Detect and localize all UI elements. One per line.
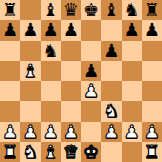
white-queen[interactable]: ♛ (63, 143, 79, 161)
square-c2[interactable]: ♟ (41, 122, 61, 142)
square-c8[interactable]: ♝ (41, 0, 61, 20)
square-b8[interactable] (20, 0, 40, 20)
white-pawn[interactable]: ♟ (2, 123, 18, 141)
square-b7[interactable]: ♟ (20, 20, 40, 40)
black-king[interactable]: ♚ (83, 1, 99, 19)
square-h2[interactable]: ♟ (142, 122, 162, 142)
square-a6[interactable] (0, 41, 20, 61)
black-knight[interactable]: ♞ (43, 42, 59, 60)
white-pawn[interactable]: ♟ (103, 123, 119, 141)
black-pawn[interactable]: ♟ (124, 21, 140, 39)
square-g3[interactable] (122, 101, 142, 121)
square-e5[interactable]: ♟ (81, 61, 101, 81)
black-pawn[interactable]: ♟ (2, 21, 18, 39)
square-b1[interactable]: ♞ (20, 142, 40, 162)
square-b4[interactable] (20, 81, 40, 101)
square-e2[interactable] (81, 122, 101, 142)
black-bishop[interactable]: ♝ (103, 1, 119, 19)
white-rook[interactable]: ♜ (144, 143, 160, 161)
square-b5[interactable]: ♝ (20, 61, 40, 81)
square-h6[interactable] (142, 41, 162, 61)
square-d5[interactable] (61, 61, 81, 81)
square-b2[interactable]: ♟ (20, 122, 40, 142)
white-pawn[interactable]: ♟ (83, 82, 99, 100)
square-d4[interactable] (61, 81, 81, 101)
square-f6[interactable]: ♟ (101, 41, 121, 61)
black-pawn[interactable]: ♟ (103, 42, 119, 60)
white-pawn[interactable]: ♟ (144, 123, 160, 141)
black-pawn[interactable]: ♟ (22, 21, 38, 39)
white-rook[interactable]: ♜ (2, 143, 18, 161)
black-rook[interactable]: ♜ (2, 1, 18, 19)
black-pawn[interactable]: ♟ (63, 21, 79, 39)
black-pawn[interactable]: ♟ (83, 62, 99, 80)
black-knight[interactable]: ♞ (124, 1, 140, 19)
square-h4[interactable] (142, 81, 162, 101)
square-h1[interactable]: ♜ (142, 142, 162, 162)
black-pawn[interactable]: ♟ (43, 21, 59, 39)
square-d2[interactable]: ♟ (61, 122, 81, 142)
square-d7[interactable]: ♟ (61, 20, 81, 40)
white-pawn[interactable]: ♟ (22, 123, 38, 141)
square-d3[interactable] (61, 101, 81, 121)
white-king[interactable]: ♚ (83, 143, 99, 161)
black-rook[interactable]: ♜ (144, 1, 160, 19)
square-g2[interactable]: ♟ (122, 122, 142, 142)
square-e1[interactable]: ♚ (81, 142, 101, 162)
square-g7[interactable]: ♟ (122, 20, 142, 40)
square-g6[interactable] (122, 41, 142, 61)
square-h8[interactable]: ♜ (142, 0, 162, 20)
square-a5[interactable] (0, 61, 20, 81)
black-bishop[interactable]: ♝ (43, 1, 59, 19)
square-e6[interactable] (81, 41, 101, 61)
white-knight[interactable]: ♞ (22, 143, 38, 161)
square-h3[interactable] (142, 101, 162, 121)
square-a4[interactable] (0, 81, 20, 101)
white-pawn[interactable]: ♟ (43, 123, 59, 141)
square-a1[interactable]: ♜ (0, 142, 20, 162)
square-f5[interactable] (101, 61, 121, 81)
square-a3[interactable] (0, 101, 20, 121)
square-g4[interactable] (122, 81, 142, 101)
square-f3[interactable]: ♞ (101, 101, 121, 121)
square-c6[interactable]: ♞ (41, 41, 61, 61)
white-pawn[interactable]: ♟ (124, 123, 140, 141)
square-f4[interactable] (101, 81, 121, 101)
square-e4[interactable]: ♟ (81, 81, 101, 101)
square-e7[interactable] (81, 20, 101, 40)
square-b3[interactable] (20, 101, 40, 121)
black-pawn[interactable]: ♟ (144, 21, 160, 39)
square-g5[interactable] (122, 61, 142, 81)
square-g8[interactable]: ♞ (122, 0, 142, 20)
square-c5[interactable] (41, 61, 61, 81)
black-queen[interactable]: ♛ (63, 1, 79, 19)
white-bishop[interactable]: ♝ (22, 62, 38, 80)
white-bishop[interactable]: ♝ (43, 143, 59, 161)
square-f2[interactable]: ♟ (101, 122, 121, 142)
square-c1[interactable]: ♝ (41, 142, 61, 162)
square-e3[interactable] (81, 101, 101, 121)
square-b6[interactable] (20, 41, 40, 61)
square-e8[interactable]: ♚ (81, 0, 101, 20)
white-knight[interactable]: ♞ (103, 102, 119, 120)
chess-board: ♜♝♛♚♝♞♜♟♟♟♟♟♟♞♟♝♟♟♞♟♟♟♟♟♟♟♜♞♝♛♚♜ (0, 0, 162, 162)
square-d1[interactable]: ♛ (61, 142, 81, 162)
square-f1[interactable] (101, 142, 121, 162)
white-pawn[interactable]: ♟ (63, 123, 79, 141)
square-g1[interactable] (122, 142, 142, 162)
square-f8[interactable]: ♝ (101, 0, 121, 20)
square-f7[interactable] (101, 20, 121, 40)
square-a8[interactable]: ♜ (0, 0, 20, 20)
square-h7[interactable]: ♟ (142, 20, 162, 40)
square-c3[interactable] (41, 101, 61, 121)
square-a7[interactable]: ♟ (0, 20, 20, 40)
square-d6[interactable] (61, 41, 81, 61)
square-c7[interactable]: ♟ (41, 20, 61, 40)
square-d8[interactable]: ♛ (61, 0, 81, 20)
square-c4[interactable] (41, 81, 61, 101)
square-h5[interactable] (142, 61, 162, 81)
square-a2[interactable]: ♟ (0, 122, 20, 142)
